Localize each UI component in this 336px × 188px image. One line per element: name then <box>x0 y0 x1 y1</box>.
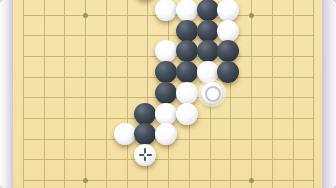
black-stone <box>197 40 219 62</box>
board-intersection[interactable] <box>96 149 117 170</box>
black-stone <box>155 82 177 104</box>
white-stone <box>176 0 198 21</box>
black-stone <box>197 20 219 42</box>
board-intersection[interactable] <box>117 170 138 188</box>
board-intersection[interactable] <box>283 87 304 108</box>
board-intersection[interactable] <box>220 149 241 170</box>
board-intersection[interactable] <box>303 129 322 150</box>
board-intersection[interactable] <box>34 149 55 170</box>
board-intersection[interactable] <box>303 46 322 67</box>
board-intersection[interactable] <box>34 87 55 108</box>
gomoku-board[interactable] <box>13 0 323 188</box>
board-intersection[interactable] <box>262 25 283 46</box>
board-intersection[interactable] <box>54 5 75 26</box>
board-intersection[interactable] <box>34 25 55 46</box>
board-intersection[interactable] <box>283 108 304 129</box>
board-intersection[interactable] <box>96 170 117 188</box>
board-intersection[interactable] <box>54 67 75 88</box>
white-stone <box>155 103 177 125</box>
board-intersection[interactable] <box>54 108 75 129</box>
board-intersection[interactable] <box>96 67 117 88</box>
board-intersection[interactable] <box>117 67 138 88</box>
board-intersection[interactable] <box>96 87 117 108</box>
board-intersection[interactable] <box>158 170 179 188</box>
board-intersection[interactable] <box>220 129 241 150</box>
board-intersection[interactable] <box>54 25 75 46</box>
board-intersection[interactable] <box>75 129 96 150</box>
board-intersection[interactable] <box>34 67 55 88</box>
board-intersection[interactable] <box>200 170 221 188</box>
board-intersection[interactable] <box>34 46 55 67</box>
board-intersection[interactable] <box>75 25 96 46</box>
board-intersection[interactable] <box>13 108 34 129</box>
board-intersection[interactable] <box>262 129 283 150</box>
board-intersection[interactable] <box>283 170 304 188</box>
board-intersection[interactable] <box>54 46 75 67</box>
board-intersection[interactable] <box>303 149 322 170</box>
board-intersection[interactable] <box>262 46 283 67</box>
board-intersection[interactable] <box>96 46 117 67</box>
board-intersection[interactable] <box>34 170 55 188</box>
board-intersection[interactable] <box>54 87 75 108</box>
black-stone <box>197 0 219 21</box>
board-intersection[interactable] <box>137 25 158 46</box>
board-intersection[interactable] <box>303 25 322 46</box>
board-intersection[interactable] <box>75 108 96 129</box>
board-intersection[interactable] <box>241 129 262 150</box>
white-stone <box>201 82 223 104</box>
board-intersection[interactable] <box>200 108 221 129</box>
board-intersection[interactable] <box>96 25 117 46</box>
board-intersection[interactable] <box>34 5 55 26</box>
board-intersection[interactable] <box>241 108 262 129</box>
video-frame <box>0 0 336 188</box>
board-intersection[interactable] <box>220 170 241 188</box>
board-intersection[interactable] <box>241 170 262 188</box>
board-intersection[interactable] <box>283 46 304 67</box>
board-intersection[interactable] <box>303 5 322 26</box>
board-intersection[interactable] <box>283 25 304 46</box>
board-intersection[interactable] <box>54 149 75 170</box>
left-letterbox-bar <box>0 0 13 188</box>
board-intersection[interactable] <box>117 25 138 46</box>
board-intersection[interactable] <box>262 67 283 88</box>
board-intersection[interactable] <box>158 149 179 170</box>
white-stone <box>176 103 198 125</box>
board-intersection[interactable] <box>117 5 138 26</box>
white-stone <box>114 123 136 145</box>
board-intersection[interactable] <box>54 129 75 150</box>
last-move-ring-icon <box>205 86 221 102</box>
black-stone <box>176 20 198 42</box>
white-stone <box>176 82 198 104</box>
board-intersection[interactable] <box>283 5 304 26</box>
board-intersection[interactable] <box>283 149 304 170</box>
white-stone <box>197 61 219 83</box>
board-intersection[interactable] <box>220 108 241 129</box>
board-intersection[interactable] <box>75 170 96 188</box>
right-letterbox-bar <box>322 0 336 188</box>
board-intersection[interactable] <box>13 25 34 46</box>
black-stone <box>155 61 177 83</box>
board-intersection[interactable] <box>303 108 322 129</box>
board-intersection[interactable] <box>283 67 304 88</box>
board-intersection[interactable] <box>303 87 322 108</box>
board-intersection[interactable] <box>241 149 262 170</box>
board-intersection[interactable] <box>96 5 117 26</box>
board-intersection[interactable] <box>13 129 34 150</box>
board-intersection[interactable] <box>137 170 158 188</box>
board-intersection[interactable] <box>117 87 138 108</box>
board-intersection[interactable] <box>75 46 96 67</box>
board-intersection[interactable] <box>303 67 322 88</box>
board-intersection[interactable] <box>241 67 262 88</box>
board-intersection[interactable] <box>13 170 34 188</box>
board-intersection[interactable] <box>220 87 241 108</box>
board-intersection[interactable] <box>34 129 55 150</box>
board-intersection[interactable] <box>96 108 117 129</box>
black-stone <box>134 103 156 125</box>
black-stone <box>176 61 198 83</box>
board-intersection[interactable] <box>200 149 221 170</box>
board-intersection[interactable] <box>13 67 34 88</box>
board-intersection[interactable] <box>200 129 221 150</box>
board-intersection[interactable] <box>117 46 138 67</box>
board-intersection[interactable] <box>75 67 96 88</box>
board-intersection[interactable] <box>13 87 34 108</box>
board-intersection[interactable] <box>179 149 200 170</box>
board-intersection[interactable] <box>34 108 55 129</box>
board-intersection[interactable] <box>283 129 304 150</box>
board-intersection[interactable] <box>262 87 283 108</box>
board-intersection[interactable] <box>54 170 75 188</box>
board-intersection[interactable] <box>75 5 96 26</box>
board-intersection[interactable] <box>262 108 283 129</box>
board-intersection[interactable] <box>241 46 262 67</box>
move-cursor-icon <box>139 148 152 161</box>
board-intersection[interactable] <box>262 170 283 188</box>
board-intersection[interactable] <box>241 87 262 108</box>
board-intersection[interactable] <box>179 129 200 150</box>
board-intersection[interactable] <box>241 5 262 26</box>
board-intersection[interactable] <box>75 149 96 170</box>
board-intersection[interactable] <box>262 5 283 26</box>
board-intersection[interactable] <box>75 87 96 108</box>
board-intersection[interactable] <box>13 149 34 170</box>
board-intersection[interactable] <box>179 170 200 188</box>
white-stone <box>217 20 239 42</box>
board-intersection[interactable] <box>262 149 283 170</box>
board-intersection[interactable] <box>303 170 322 188</box>
board-intersection[interactable] <box>241 25 262 46</box>
board-intersection[interactable] <box>13 46 34 67</box>
board-intersection[interactable] <box>13 5 34 26</box>
